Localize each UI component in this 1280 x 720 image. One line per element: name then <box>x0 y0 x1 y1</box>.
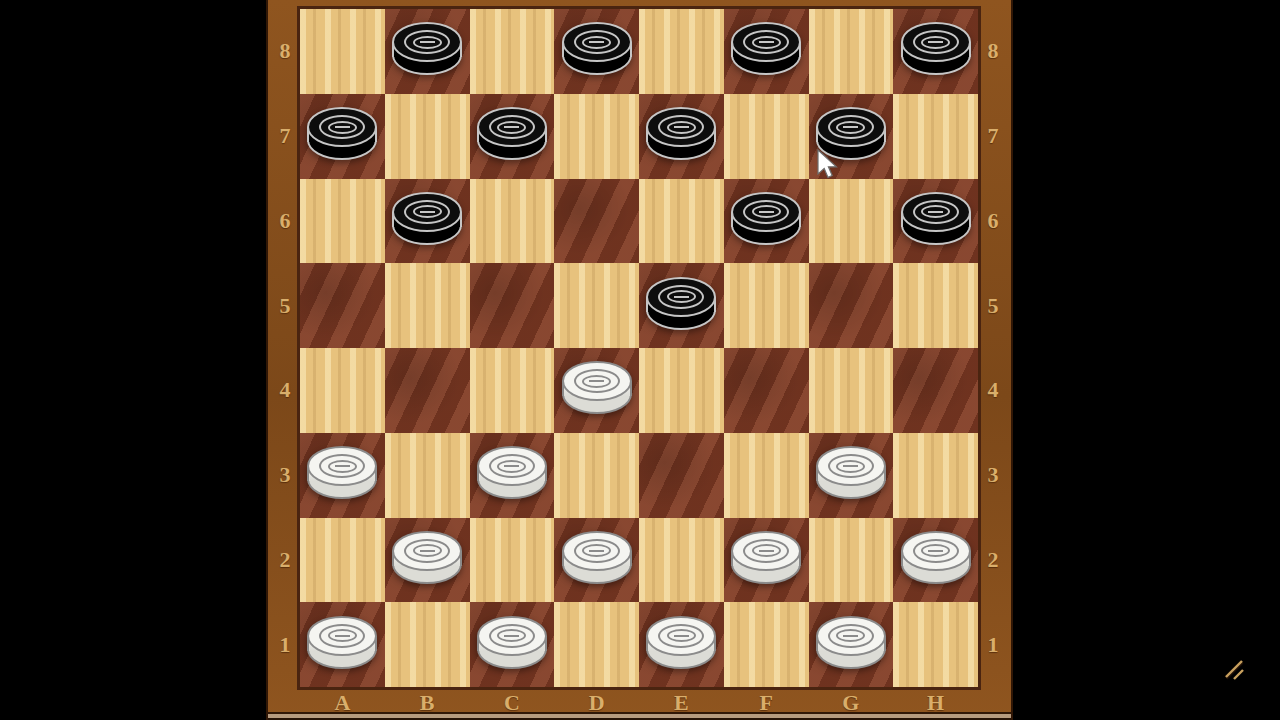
checker-ring <box>404 539 450 563</box>
checker-white-f2[interactable] <box>731 531 801 585</box>
checker-ring <box>828 624 874 648</box>
square-h1[interactable] <box>893 602 978 687</box>
square-d7[interactable] <box>554 94 639 179</box>
checker-black-b8[interactable] <box>392 22 462 76</box>
square-h4[interactable] <box>893 348 978 433</box>
checker-white-c3[interactable] <box>477 446 547 500</box>
square-e5[interactable] <box>639 263 724 348</box>
checker-center <box>328 460 357 473</box>
checker-center <box>497 629 526 642</box>
file-label-d: D <box>585 692 609 714</box>
video-frame: 88A77B66C55D44E33F22G11H <box>0 0 1280 720</box>
square-h2[interactable] <box>893 518 978 603</box>
checker-center <box>582 375 611 388</box>
checker-ring <box>743 539 789 563</box>
file-label-c: C <box>500 692 524 714</box>
checker-center <box>413 544 442 557</box>
checker-ring <box>743 30 789 54</box>
checker-white-d4[interactable] <box>562 361 632 415</box>
file-label-b: B <box>415 692 439 714</box>
file-label-e: E <box>669 692 693 714</box>
checker-white-g3[interactable] <box>816 446 886 500</box>
letterbox-left <box>0 0 266 720</box>
square-e8[interactable] <box>639 9 724 94</box>
resize-grip-icon[interactable] <box>1222 655 1246 681</box>
checker-ring <box>913 200 959 224</box>
square-b5[interactable] <box>385 263 470 348</box>
checker-center <box>921 36 950 49</box>
checker-ring <box>574 30 620 54</box>
checker-top <box>562 22 632 62</box>
rank-label-left-8: 8 <box>273 40 297 62</box>
checker-top <box>392 531 462 571</box>
checker-center <box>413 205 442 218</box>
checker-ring <box>913 539 959 563</box>
checker-top <box>901 192 971 232</box>
square-h7[interactable] <box>893 94 978 179</box>
square-e2[interactable] <box>639 518 724 603</box>
square-d4[interactable] <box>554 348 639 433</box>
rank-label-left-3: 3 <box>273 464 297 486</box>
checker-ring <box>319 454 365 478</box>
rank-label-left-2: 2 <box>273 549 297 571</box>
checker-white-a3[interactable] <box>307 446 377 500</box>
checker-center <box>413 36 442 49</box>
checker-ring <box>828 115 874 139</box>
checker-top <box>562 361 632 401</box>
square-g1[interactable] <box>809 602 894 687</box>
checker-ring <box>574 369 620 393</box>
checker-center <box>836 460 865 473</box>
checker-black-d8[interactable] <box>562 22 632 76</box>
checker-ring <box>489 115 535 139</box>
square-b1[interactable] <box>385 602 470 687</box>
checker-top <box>731 531 801 571</box>
square-a7[interactable] <box>300 94 385 179</box>
square-h6[interactable] <box>893 179 978 264</box>
checker-center <box>752 544 781 557</box>
checker-ring <box>489 454 535 478</box>
square-b7[interactable] <box>385 94 470 179</box>
square-e6[interactable] <box>639 179 724 264</box>
square-d8[interactable] <box>554 9 639 94</box>
rank-label-right-7: 7 <box>981 125 1005 147</box>
checker-white-e1[interactable] <box>646 616 716 670</box>
square-f5[interactable] <box>724 263 809 348</box>
square-g3[interactable] <box>809 433 894 518</box>
checker-ring <box>658 115 704 139</box>
checker-center <box>836 629 865 642</box>
checker-top <box>562 531 632 571</box>
square-g5[interactable] <box>809 263 894 348</box>
mouse-cursor <box>817 149 843 183</box>
file-label-f: F <box>754 692 778 714</box>
square-c5[interactable] <box>470 263 555 348</box>
square-d5[interactable] <box>554 263 639 348</box>
square-b3[interactable] <box>385 433 470 518</box>
checker-top <box>477 616 547 656</box>
square-a8[interactable] <box>300 9 385 94</box>
checker-center <box>328 121 357 134</box>
rank-label-right-8: 8 <box>981 40 1005 62</box>
checker-ring <box>743 200 789 224</box>
square-e1[interactable] <box>639 602 724 687</box>
square-h8[interactable] <box>893 9 978 94</box>
checker-black-f8[interactable] <box>731 22 801 76</box>
checker-black-a7[interactable] <box>307 107 377 161</box>
board-frame: 88A77B66C55D44E33F22G11H <box>266 0 1013 720</box>
checker-black-h6[interactable] <box>901 192 971 246</box>
square-e4[interactable] <box>639 348 724 433</box>
rank-label-right-6: 6 <box>981 210 1005 232</box>
checker-top <box>816 107 886 147</box>
square-a1[interactable] <box>300 602 385 687</box>
rank-label-right-5: 5 <box>981 295 1005 317</box>
checker-ring <box>913 30 959 54</box>
square-c7[interactable] <box>470 94 555 179</box>
square-d2[interactable] <box>554 518 639 603</box>
checker-black-c7[interactable] <box>477 107 547 161</box>
square-d1[interactable] <box>554 602 639 687</box>
checker-ring <box>658 624 704 648</box>
square-b2[interactable] <box>385 518 470 603</box>
checker-center <box>836 121 865 134</box>
square-f8[interactable] <box>724 9 809 94</box>
checker-center <box>752 36 781 49</box>
checker-white-h2[interactable] <box>901 531 971 585</box>
square-f1[interactable] <box>724 602 809 687</box>
rank-label-right-3: 3 <box>981 464 1005 486</box>
square-g6[interactable] <box>809 179 894 264</box>
checker-center <box>328 629 357 642</box>
checker-top <box>731 192 801 232</box>
checker-ring <box>658 285 704 309</box>
checker-black-f6[interactable] <box>731 192 801 246</box>
file-label-a: A <box>330 692 354 714</box>
checker-ring <box>828 454 874 478</box>
square-c3[interactable] <box>470 433 555 518</box>
checker-white-a1[interactable] <box>307 616 377 670</box>
square-c4[interactable] <box>470 348 555 433</box>
square-a4[interactable] <box>300 348 385 433</box>
square-a5[interactable] <box>300 263 385 348</box>
checker-center <box>921 205 950 218</box>
checker-ring <box>404 30 450 54</box>
checker-top <box>901 531 971 571</box>
rank-label-right-4: 4 <box>981 379 1005 401</box>
square-g4[interactable] <box>809 348 894 433</box>
checker-ring <box>574 539 620 563</box>
checker-ring <box>319 624 365 648</box>
checker-center <box>497 460 526 473</box>
square-h5[interactable] <box>893 263 978 348</box>
checker-ring <box>489 624 535 648</box>
checker-center <box>582 36 611 49</box>
letterbox-right <box>1013 0 1280 720</box>
square-c6[interactable] <box>470 179 555 264</box>
checker-top <box>901 22 971 62</box>
checker-white-g1[interactable] <box>816 616 886 670</box>
rank-label-left-1: 1 <box>273 634 297 656</box>
square-h3[interactable] <box>893 433 978 518</box>
checker-black-b6[interactable] <box>392 192 462 246</box>
checker-black-e5[interactable] <box>646 277 716 331</box>
checker-center <box>667 629 696 642</box>
checker-center <box>667 121 696 134</box>
rank-label-left-4: 4 <box>273 379 297 401</box>
square-a6[interactable] <box>300 179 385 264</box>
checker-top <box>477 446 547 486</box>
square-b4[interactable] <box>385 348 470 433</box>
square-d6[interactable] <box>554 179 639 264</box>
checker-black-h8[interactable] <box>901 22 971 76</box>
checker-top <box>646 616 716 656</box>
frame-bottom-edge <box>268 712 1011 720</box>
square-f3[interactable] <box>724 433 809 518</box>
square-a2[interactable] <box>300 518 385 603</box>
checker-center <box>921 544 950 557</box>
checker-ring <box>319 115 365 139</box>
square-c1[interactable] <box>470 602 555 687</box>
checker-center <box>497 121 526 134</box>
file-label-g: G <box>839 692 863 714</box>
rank-label-left-5: 5 <box>273 295 297 317</box>
checker-top <box>816 616 886 656</box>
checker-black-e7[interactable] <box>646 107 716 161</box>
checker-center <box>752 205 781 218</box>
square-f6[interactable] <box>724 179 809 264</box>
checker-white-b2[interactable] <box>392 531 462 585</box>
checker-white-c1[interactable] <box>477 616 547 670</box>
square-b6[interactable] <box>385 179 470 264</box>
rank-label-left-6: 6 <box>273 210 297 232</box>
checker-top <box>477 107 547 147</box>
square-g2[interactable] <box>809 518 894 603</box>
rank-label-right-2: 2 <box>981 549 1005 571</box>
checker-center <box>582 544 611 557</box>
checker-white-d2[interactable] <box>562 531 632 585</box>
checker-center <box>667 290 696 303</box>
rank-label-right-1: 1 <box>981 634 1005 656</box>
square-a3[interactable] <box>300 433 385 518</box>
checker-top <box>307 616 377 656</box>
square-d3[interactable] <box>554 433 639 518</box>
file-label-h: H <box>924 692 948 714</box>
square-c8[interactable] <box>470 9 555 94</box>
square-c2[interactable] <box>470 518 555 603</box>
square-f7[interactable] <box>724 94 809 179</box>
square-b8[interactable] <box>385 9 470 94</box>
square-g8[interactable] <box>809 9 894 94</box>
checker-top <box>392 192 462 232</box>
square-f4[interactable] <box>724 348 809 433</box>
checkers-board <box>297 6 981 690</box>
checker-ring <box>404 200 450 224</box>
rank-label-left-7: 7 <box>273 125 297 147</box>
checker-top <box>816 446 886 486</box>
square-e3[interactable] <box>639 433 724 518</box>
square-f2[interactable] <box>724 518 809 603</box>
checker-top <box>646 277 716 317</box>
square-e7[interactable] <box>639 94 724 179</box>
